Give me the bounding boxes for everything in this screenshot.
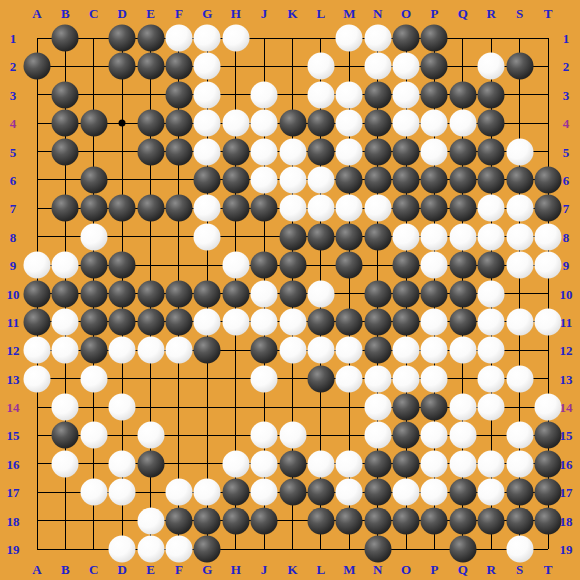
stone-black xyxy=(165,81,192,108)
stone-black xyxy=(535,450,562,477)
row-label-left: 3 xyxy=(10,88,17,101)
stone-white xyxy=(194,53,221,80)
column-label-bottom: F xyxy=(175,563,183,576)
stone-white xyxy=(251,138,278,165)
stone-black xyxy=(137,280,164,307)
stone-white xyxy=(421,450,448,477)
stone-black xyxy=(109,25,136,52)
stone-white xyxy=(307,195,334,222)
stone-white xyxy=(506,308,533,335)
stone-white xyxy=(307,280,334,307)
stone-black xyxy=(393,195,420,222)
stone-white xyxy=(24,337,51,364)
row-label-left: 11 xyxy=(7,315,19,328)
stone-black xyxy=(52,280,79,307)
stone-black xyxy=(137,110,164,137)
stone-white xyxy=(393,223,420,250)
row-label-right: 2 xyxy=(563,60,570,73)
stone-black xyxy=(449,479,476,506)
stone-white xyxy=(336,138,363,165)
stone-black xyxy=(52,25,79,52)
stone-black xyxy=(307,365,334,392)
stone-white xyxy=(336,450,363,477)
stone-black xyxy=(535,507,562,534)
stone-white xyxy=(393,53,420,80)
stone-black xyxy=(307,138,334,165)
stone-black xyxy=(421,166,448,193)
row-label-right: 5 xyxy=(563,145,570,158)
stone-black xyxy=(393,280,420,307)
stone-white xyxy=(137,507,164,534)
stone-black xyxy=(449,536,476,563)
stone-white xyxy=(449,394,476,421)
stone-white xyxy=(421,252,448,279)
stone-black xyxy=(364,223,391,250)
row-label-left: 15 xyxy=(7,429,20,442)
stone-black xyxy=(364,479,391,506)
stone-white xyxy=(251,308,278,335)
stone-black xyxy=(478,507,505,534)
stone-white xyxy=(52,450,79,477)
stone-black xyxy=(137,450,164,477)
stone-black xyxy=(80,195,107,222)
stone-white xyxy=(506,450,533,477)
stone-black xyxy=(279,223,306,250)
stone-black xyxy=(393,25,420,52)
stone-black xyxy=(165,308,192,335)
row-label-right: 11 xyxy=(560,315,572,328)
stone-black xyxy=(535,166,562,193)
stone-white xyxy=(449,110,476,137)
row-label-right: 12 xyxy=(560,344,573,357)
stone-white xyxy=(194,195,221,222)
stone-black xyxy=(109,195,136,222)
stone-white xyxy=(251,110,278,137)
stone-black xyxy=(449,195,476,222)
stone-black xyxy=(137,138,164,165)
stone-white xyxy=(364,365,391,392)
column-label-top: P xyxy=(430,7,438,20)
stone-black xyxy=(279,280,306,307)
stone-white xyxy=(364,422,391,449)
stone-black xyxy=(449,81,476,108)
column-label-top: C xyxy=(89,7,98,20)
stone-white xyxy=(279,138,306,165)
stone-white xyxy=(80,223,107,250)
column-label-top: T xyxy=(544,7,553,20)
stone-black xyxy=(137,195,164,222)
column-label-bottom: P xyxy=(430,563,438,576)
stone-white xyxy=(222,450,249,477)
stone-white xyxy=(222,25,249,52)
stone-white xyxy=(307,337,334,364)
stone-white xyxy=(421,422,448,449)
stone-white xyxy=(535,223,562,250)
row-label-left: 18 xyxy=(7,514,20,527)
stone-black xyxy=(478,81,505,108)
stone-black xyxy=(80,110,107,137)
stone-black xyxy=(24,308,51,335)
stone-black xyxy=(279,479,306,506)
stone-white xyxy=(506,252,533,279)
stone-black xyxy=(137,53,164,80)
stone-white xyxy=(336,110,363,137)
stone-white xyxy=(478,365,505,392)
stone-white xyxy=(251,365,278,392)
stone-white xyxy=(421,479,448,506)
stone-black xyxy=(421,81,448,108)
stone-black xyxy=(251,252,278,279)
column-label-top: J xyxy=(261,7,268,20)
stone-white xyxy=(194,308,221,335)
stone-white xyxy=(336,195,363,222)
stone-black xyxy=(535,195,562,222)
stone-white xyxy=(393,81,420,108)
stone-black xyxy=(336,223,363,250)
stone-white xyxy=(222,252,249,279)
stone-black xyxy=(222,195,249,222)
stone-black xyxy=(535,422,562,449)
stone-black xyxy=(364,337,391,364)
row-label-left: 16 xyxy=(7,457,20,470)
column-label-bottom: E xyxy=(146,563,155,576)
stone-black xyxy=(165,53,192,80)
stone-black xyxy=(336,507,363,534)
column-label-bottom: K xyxy=(287,563,297,576)
stone-white xyxy=(307,450,334,477)
stone-black xyxy=(80,280,107,307)
stone-black xyxy=(307,479,334,506)
column-label-bottom: G xyxy=(202,563,212,576)
stone-black xyxy=(336,308,363,335)
stone-white xyxy=(336,25,363,52)
stone-black xyxy=(364,280,391,307)
row-label-right: 13 xyxy=(560,372,573,385)
column-label-bottom: S xyxy=(516,563,523,576)
stone-white xyxy=(251,422,278,449)
stone-white xyxy=(478,53,505,80)
stone-black xyxy=(222,479,249,506)
stone-black xyxy=(449,138,476,165)
stone-black xyxy=(137,25,164,52)
stone-white xyxy=(421,223,448,250)
stone-black xyxy=(194,536,221,563)
stone-white xyxy=(137,536,164,563)
stone-black xyxy=(80,166,107,193)
stone-black xyxy=(393,422,420,449)
stone-black xyxy=(307,110,334,137)
row-label-left: 19 xyxy=(7,543,20,556)
stone-black xyxy=(478,166,505,193)
column-label-bottom: Q xyxy=(458,563,468,576)
stone-white xyxy=(251,81,278,108)
stone-white xyxy=(421,365,448,392)
stone-black xyxy=(52,422,79,449)
stone-black xyxy=(364,166,391,193)
stone-black xyxy=(222,166,249,193)
stone-black xyxy=(165,110,192,137)
row-label-right: 19 xyxy=(560,543,573,556)
column-label-top: E xyxy=(146,7,155,20)
stone-white xyxy=(222,110,249,137)
stone-black xyxy=(336,166,363,193)
stone-black xyxy=(364,110,391,137)
stone-white xyxy=(80,365,107,392)
stone-black xyxy=(52,195,79,222)
stone-white xyxy=(421,308,448,335)
stone-white xyxy=(478,337,505,364)
stone-black xyxy=(421,394,448,421)
column-label-top: K xyxy=(287,7,297,20)
stone-black xyxy=(52,81,79,108)
stone-white xyxy=(393,337,420,364)
stone-black xyxy=(449,507,476,534)
stone-white xyxy=(194,25,221,52)
stone-black xyxy=(222,138,249,165)
stone-white xyxy=(194,110,221,137)
row-label-left: 5 xyxy=(10,145,17,158)
row-label-right: 7 xyxy=(563,202,570,215)
column-label-top: A xyxy=(32,7,41,20)
stone-white xyxy=(449,450,476,477)
column-label-top: Q xyxy=(458,7,468,20)
stone-white xyxy=(449,422,476,449)
stone-white xyxy=(24,365,51,392)
stone-white xyxy=(194,479,221,506)
stone-black xyxy=(307,308,334,335)
stone-white xyxy=(251,479,278,506)
stone-white xyxy=(279,308,306,335)
stone-black xyxy=(109,280,136,307)
stone-white xyxy=(336,479,363,506)
row-label-left: 6 xyxy=(10,173,17,186)
column-label-bottom: J xyxy=(261,563,268,576)
stone-black xyxy=(165,138,192,165)
stone-white xyxy=(80,479,107,506)
row-label-left: 13 xyxy=(7,372,20,385)
stone-black xyxy=(506,479,533,506)
row-label-right: 4 xyxy=(563,117,570,130)
star-point xyxy=(119,120,126,127)
stone-black xyxy=(109,53,136,80)
stone-white xyxy=(279,195,306,222)
stone-white xyxy=(478,223,505,250)
stone-white xyxy=(52,252,79,279)
row-label-right: 10 xyxy=(560,287,573,300)
stone-black xyxy=(478,138,505,165)
column-label-top: R xyxy=(487,7,496,20)
stone-white xyxy=(393,365,420,392)
stone-black xyxy=(421,195,448,222)
stone-black xyxy=(80,252,107,279)
stone-white xyxy=(279,166,306,193)
row-label-right: 3 xyxy=(563,88,570,101)
stone-white xyxy=(421,110,448,137)
stone-white xyxy=(279,337,306,364)
stone-white xyxy=(109,536,136,563)
stone-black xyxy=(535,479,562,506)
stone-black xyxy=(506,507,533,534)
stone-white xyxy=(506,223,533,250)
go-board[interactable]: AABBCCDDEEFFGGHHJJKKLLMMNNOOPPQQRRSSTT11… xyxy=(0,0,580,580)
stone-black xyxy=(449,308,476,335)
stone-white xyxy=(393,479,420,506)
stone-white xyxy=(535,394,562,421)
stone-white xyxy=(364,53,391,80)
stone-white xyxy=(251,280,278,307)
stone-black xyxy=(393,450,420,477)
stone-white xyxy=(506,422,533,449)
column-label-top: F xyxy=(175,7,183,20)
stone-black xyxy=(52,110,79,137)
stone-black xyxy=(478,110,505,137)
stone-white xyxy=(393,110,420,137)
column-label-bottom: A xyxy=(32,563,41,576)
stone-white xyxy=(165,479,192,506)
stone-black xyxy=(449,166,476,193)
column-label-bottom: T xyxy=(544,563,553,576)
stone-black xyxy=(393,507,420,534)
stone-white xyxy=(506,365,533,392)
stone-white xyxy=(421,337,448,364)
stone-black xyxy=(251,195,278,222)
stone-black xyxy=(364,507,391,534)
stone-white xyxy=(137,422,164,449)
column-label-top: G xyxy=(202,7,212,20)
stone-black xyxy=(24,53,51,80)
stone-white xyxy=(80,422,107,449)
stone-black xyxy=(251,337,278,364)
stone-white xyxy=(194,223,221,250)
stone-white xyxy=(52,337,79,364)
stone-black xyxy=(222,507,249,534)
stone-black xyxy=(421,53,448,80)
stone-black xyxy=(109,252,136,279)
stone-white xyxy=(364,25,391,52)
stone-white xyxy=(421,138,448,165)
stone-white xyxy=(478,479,505,506)
stone-white xyxy=(535,252,562,279)
stone-black xyxy=(393,166,420,193)
grid-hline xyxy=(37,378,548,379)
stone-white xyxy=(307,166,334,193)
stone-white xyxy=(535,308,562,335)
stone-white xyxy=(506,536,533,563)
stone-white xyxy=(478,450,505,477)
stone-black xyxy=(393,394,420,421)
stone-white xyxy=(478,308,505,335)
stone-black xyxy=(336,252,363,279)
stone-white xyxy=(24,252,51,279)
stone-white xyxy=(52,394,79,421)
stone-white xyxy=(336,365,363,392)
stone-white xyxy=(165,25,192,52)
stone-white xyxy=(165,536,192,563)
stone-white xyxy=(137,337,164,364)
column-label-bottom: B xyxy=(61,563,70,576)
stone-black xyxy=(194,280,221,307)
stone-white xyxy=(222,308,249,335)
column-label-bottom: M xyxy=(343,563,355,576)
stone-black xyxy=(52,138,79,165)
stone-black xyxy=(506,53,533,80)
column-label-bottom: D xyxy=(117,563,126,576)
stone-black xyxy=(165,507,192,534)
column-label-top: B xyxy=(61,7,70,20)
stone-white xyxy=(506,138,533,165)
stone-black xyxy=(393,308,420,335)
row-label-left: 9 xyxy=(10,259,17,272)
stone-white xyxy=(194,81,221,108)
row-label-left: 10 xyxy=(7,287,20,300)
stone-black xyxy=(393,252,420,279)
stone-white xyxy=(478,394,505,421)
stone-black xyxy=(109,308,136,335)
stone-black xyxy=(421,507,448,534)
stone-white xyxy=(478,195,505,222)
column-label-bottom: O xyxy=(401,563,411,576)
row-label-left: 1 xyxy=(10,32,17,45)
row-label-left: 4 xyxy=(10,117,17,130)
stone-black xyxy=(137,308,164,335)
stone-white xyxy=(307,81,334,108)
stone-black xyxy=(478,252,505,279)
stone-black xyxy=(24,280,51,307)
stone-white xyxy=(251,166,278,193)
stone-black xyxy=(279,450,306,477)
stone-white xyxy=(109,394,136,421)
stone-black xyxy=(364,81,391,108)
row-label-left: 14 xyxy=(7,401,20,414)
stone-black xyxy=(194,337,221,364)
column-label-top: H xyxy=(231,7,241,20)
column-label-top: S xyxy=(516,7,523,20)
stone-black xyxy=(449,252,476,279)
row-label-right: 9 xyxy=(563,259,570,272)
stone-white xyxy=(364,394,391,421)
stone-white xyxy=(307,53,334,80)
stone-black xyxy=(222,280,249,307)
row-label-left: 2 xyxy=(10,60,17,73)
stone-black xyxy=(251,507,278,534)
stone-white xyxy=(364,195,391,222)
stone-black xyxy=(194,507,221,534)
stone-black xyxy=(364,308,391,335)
row-label-right: 8 xyxy=(563,230,570,243)
stone-black xyxy=(165,280,192,307)
stone-white xyxy=(52,308,79,335)
stone-black xyxy=(279,252,306,279)
stone-white xyxy=(279,422,306,449)
stone-black xyxy=(364,138,391,165)
stone-black xyxy=(80,337,107,364)
stone-white xyxy=(336,81,363,108)
stone-black xyxy=(364,450,391,477)
column-label-top: L xyxy=(317,7,326,20)
column-label-top: N xyxy=(373,7,382,20)
column-label-top: O xyxy=(401,7,411,20)
column-label-bottom: R xyxy=(487,563,496,576)
stone-black xyxy=(421,280,448,307)
stone-black xyxy=(364,536,391,563)
stone-white xyxy=(109,450,136,477)
stone-white xyxy=(506,195,533,222)
column-label-top: D xyxy=(117,7,126,20)
column-label-bottom: C xyxy=(89,563,98,576)
stone-white xyxy=(449,337,476,364)
column-label-bottom: N xyxy=(373,563,382,576)
stone-black xyxy=(307,223,334,250)
